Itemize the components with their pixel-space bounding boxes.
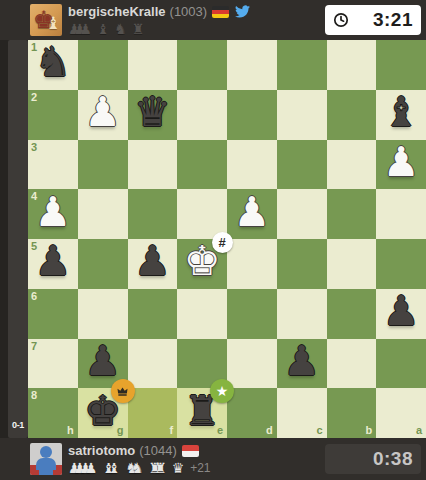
square-h2[interactable]: 2 [28, 90, 78, 140]
square-b1[interactable] [327, 40, 377, 90]
square-g5[interactable] [78, 239, 128, 289]
captured-bishop-icon: ♝ [108, 461, 121, 475]
square-a8[interactable]: a [376, 388, 426, 438]
file-label-c: c [316, 425, 322, 436]
black-knight[interactable]: ♞ [28, 38, 78, 88]
captured-pawn-icon: ♟ [79, 22, 92, 36]
square-f7[interactable] [128, 339, 178, 389]
square-d1[interactable] [227, 40, 277, 90]
captured-knight-icon: ♞ [131, 461, 144, 475]
square-h3[interactable]: 3 [28, 140, 78, 190]
square-f4[interactable] [128, 189, 178, 239]
captured-bishop-icon: ♝ [97, 22, 110, 36]
captured-pieces-bottom: ♟♟♟♟♝♝♞♞♜♜♛+21 [68, 460, 211, 476]
square-d6[interactable] [227, 289, 277, 339]
square-h4[interactable]: 4♟ [28, 189, 78, 239]
opponent-bar: ♚ ♝ bergischeKralle (1003) ♟♟♟♝♞♜ [0, 0, 426, 40]
player-clock: 0:38 [325, 444, 421, 474]
opponent-avatar[interactable]: ♚ ♝ [30, 4, 62, 36]
captured-pieces-top: ♟♟♟♝♞♜ [68, 21, 250, 37]
opponent-username[interactable]: bergischeKralle [68, 4, 166, 19]
square-d5[interactable] [227, 239, 277, 289]
square-a2[interactable]: ♝ [376, 90, 426, 140]
square-c5[interactable] [277, 239, 327, 289]
captured-rook-icon: ♜ [154, 461, 167, 475]
black-pawn[interactable]: ♟ [376, 287, 426, 337]
square-g6[interactable] [78, 289, 128, 339]
player-bar: satriotomo (1044) ♟♟♟♟♝♝♞♞♜♜♛+21 0:38 [0, 438, 426, 480]
player-username[interactable]: satriotomo [68, 443, 135, 458]
square-f5[interactable]: ♟ [128, 239, 178, 289]
file-label-b: b [366, 425, 373, 436]
opponent-info: bergischeKralle (1003) ♟♟♟♝♞♜ [68, 4, 250, 37]
black-pawn[interactable]: ♟ [28, 237, 78, 287]
file-label-h: h [67, 425, 74, 436]
square-b8[interactable]: b [327, 388, 377, 438]
square-c3[interactable] [277, 140, 327, 190]
square-a7[interactable] [376, 339, 426, 389]
rank-label-6: 6 [31, 291, 37, 302]
captured-queen-icon: ♛ [172, 461, 185, 475]
square-c4[interactable] [277, 189, 327, 239]
square-b4[interactable] [327, 189, 377, 239]
material-advantage: +21 [190, 461, 210, 475]
square-c6[interactable] [277, 289, 327, 339]
evaluation-bar: 0-1 [8, 40, 28, 438]
game-result-label: 0-1 [8, 420, 28, 430]
black-bishop[interactable]: ♝ [376, 88, 426, 138]
square-a6[interactable]: ♟ [376, 289, 426, 339]
black-queen[interactable]: ♛ [128, 88, 178, 138]
square-g3[interactable] [78, 140, 128, 190]
square-d4[interactable]: ♟ [227, 189, 277, 239]
square-g1[interactable] [78, 40, 128, 90]
player-rating: (1044) [139, 443, 177, 458]
file-label-a: a [416, 425, 422, 436]
file-label-d: d [266, 425, 273, 436]
square-f1[interactable] [128, 40, 178, 90]
square-g2[interactable]: ♟ [78, 90, 128, 140]
germany-flag-icon [212, 6, 229, 18]
board-wrap: 1♞2♟♛♝3♟4♟♟5♟♟♚6♟7♟♟8hg♚fe♜dcba #★ [28, 40, 426, 438]
player-info: satriotomo (1044) ♟♟♟♟♝♝♞♞♜♜♛+21 [68, 443, 211, 476]
clock-icon [333, 12, 349, 28]
captured-rook-icon: ♜ [132, 22, 145, 36]
person-icon [40, 446, 52, 458]
avatar-chess-piece-icon: ♝ [46, 13, 61, 33]
opponent-rating: (1003) [170, 4, 208, 19]
black-pawn[interactable]: ♟ [128, 237, 178, 287]
square-e3[interactable] [177, 140, 227, 190]
white-pawn[interactable]: ♟ [227, 187, 277, 237]
square-a4[interactable] [376, 189, 426, 239]
square-c1[interactable] [277, 40, 327, 90]
square-f6[interactable] [128, 289, 178, 339]
square-d2[interactable] [227, 90, 277, 140]
square-b6[interactable] [327, 289, 377, 339]
square-h8[interactable]: 8h [28, 388, 78, 438]
black-pawn[interactable]: ♟ [277, 337, 327, 387]
checkmate-badge: # [212, 232, 233, 253]
rank-label-7: 7 [31, 341, 37, 352]
square-d8[interactable]: d [227, 388, 277, 438]
square-c8[interactable]: c [277, 388, 327, 438]
square-a5[interactable] [376, 239, 426, 289]
square-a3[interactable]: ♟ [376, 140, 426, 190]
player-clock-time: 0:38 [373, 448, 413, 470]
square-b2[interactable] [327, 90, 377, 140]
indonesia-flag-icon [182, 445, 199, 457]
square-e6[interactable] [177, 289, 227, 339]
square-f8[interactable]: f [128, 388, 178, 438]
captured-pawn-icon: ♟ [85, 461, 98, 475]
square-e1[interactable] [177, 40, 227, 90]
square-f2[interactable]: ♛ [128, 90, 178, 140]
square-f3[interactable] [128, 140, 178, 190]
twitter-icon[interactable] [235, 5, 250, 18]
square-g4[interactable] [78, 189, 128, 239]
square-h7[interactable]: 7 [28, 339, 78, 389]
square-h1[interactable]: 1♞ [28, 40, 78, 90]
white-pawn[interactable]: ♟ [28, 187, 78, 237]
player-avatar[interactable] [30, 443, 62, 475]
square-e2[interactable] [177, 90, 227, 140]
square-a1[interactable] [376, 40, 426, 90]
square-h6[interactable]: 6 [28, 289, 78, 339]
square-d3[interactable] [227, 140, 277, 190]
file-label-f: f [170, 425, 174, 436]
captured-knight-icon: ♞ [114, 22, 127, 36]
white-pawn[interactable]: ♟ [376, 138, 426, 188]
opponent-clock: 3:21 [325, 5, 421, 35]
square-b5[interactable] [327, 239, 377, 289]
chess-app: ♚ ♝ bergischeKralle (1003) ♟♟♟♝♞♜ [0, 0, 426, 480]
rank-label-8: 8 [31, 390, 37, 401]
square-c2[interactable] [277, 90, 327, 140]
square-b3[interactable] [327, 140, 377, 190]
opponent-clock-time: 3:21 [373, 9, 413, 31]
white-pawn[interactable]: ♟ [78, 88, 128, 138]
square-d7[interactable] [227, 339, 277, 389]
square-b7[interactable] [327, 339, 377, 389]
rank-label-2: 2 [31, 92, 37, 103]
board-zone: 0-1 1♞2♟♛♝3♟4♟♟5♟♟♚6♟7♟♟8hg♚fe♜dcba #★ [0, 40, 426, 438]
rank-label-3: 3 [31, 142, 37, 153]
square-c7[interactable]: ♟ [277, 339, 327, 389]
square-h5[interactable]: 5♟ [28, 239, 78, 289]
winner-crown-badge [111, 379, 135, 403]
